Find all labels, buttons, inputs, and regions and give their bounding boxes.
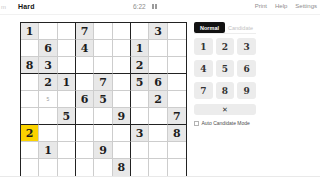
sudoku-board: 173641832217565652597238198 (20, 22, 187, 177)
auto-candidate-label: Auto Candidate Mode (202, 120, 250, 126)
sudoku-cell[interactable]: 2 (131, 57, 149, 74)
header-links: Print Help Settings (255, 3, 317, 9)
numpad: 123456789 (194, 38, 256, 99)
sudoku-cell[interactable] (149, 125, 167, 142)
sudoku-cell[interactable]: 1 (39, 142, 57, 159)
sudoku-cell[interactable]: 5 (94, 91, 112, 108)
sudoku-cell[interactable] (21, 91, 39, 108)
sudoku-cell[interactable] (58, 159, 76, 176)
numpad-key-1[interactable]: 1 (194, 38, 213, 55)
sudoku-cell[interactable] (58, 125, 76, 142)
sudoku-cell[interactable] (39, 23, 57, 40)
sudoku-cell[interactable] (131, 159, 149, 176)
candidate-mark: 5 (47, 96, 50, 102)
sudoku-cell[interactable] (131, 23, 149, 40)
help-link[interactable]: Help (275, 3, 287, 9)
sudoku-cell[interactable]: 6 (39, 40, 57, 57)
sudoku-cell[interactable]: 7 (168, 108, 186, 125)
sudoku-cell[interactable] (21, 159, 39, 176)
sudoku-cell[interactable] (149, 142, 167, 159)
difficulty-label: Hard (18, 3, 35, 10)
print-link[interactable]: Print (255, 3, 267, 9)
sudoku-cell[interactable]: 1 (131, 40, 149, 57)
cropped-left-fragment: m (1, 4, 6, 10)
numpad-key-9[interactable]: 9 (237, 82, 256, 99)
delete-button[interactable]: ✕ (194, 104, 256, 115)
numpad-key-6[interactable]: 6 (237, 60, 256, 77)
numpad-key-2[interactable]: 2 (216, 38, 235, 55)
sudoku-cell[interactable]: 9 (94, 142, 112, 159)
sudoku-cell[interactable] (168, 23, 186, 40)
sudoku-cell[interactable] (94, 125, 112, 142)
sudoku-cell[interactable] (149, 159, 167, 176)
auto-candidate-checkbox[interactable] (194, 121, 199, 126)
sudoku-cell[interactable]: 2 (39, 74, 57, 91)
sudoku-cell[interactable]: 5 (131, 74, 149, 91)
sudoku-cell[interactable] (76, 125, 94, 142)
pause-icon[interactable] (152, 4, 157, 9)
numpad-key-4[interactable]: 4 (194, 60, 213, 77)
sudoku-cell[interactable] (94, 108, 112, 125)
numpad-key-5[interactable]: 5 (216, 60, 235, 77)
timer: 6:22 (133, 3, 146, 10)
sudoku-cell[interactable] (39, 159, 57, 176)
sudoku-cell[interactable] (113, 40, 131, 57)
sudoku-cell[interactable] (76, 142, 94, 159)
sudoku-cell[interactable] (149, 108, 167, 125)
sudoku-cell[interactable] (149, 40, 167, 57)
sudoku-cell[interactable]: 3 (149, 23, 167, 40)
auto-candidate-row: Auto Candidate Mode (194, 120, 256, 126)
sudoku-cell[interactable]: 2 (149, 91, 167, 108)
sudoku-cell[interactable]: 1 (21, 23, 39, 40)
sudoku-cell[interactable]: 6 (76, 91, 94, 108)
sudoku-cell[interactable]: 4 (76, 40, 94, 57)
sudoku-cell[interactable]: 9 (113, 108, 131, 125)
sudoku-cell[interactable]: 2 (21, 125, 39, 142)
settings-link[interactable]: Settings (295, 3, 317, 9)
sudoku-cell[interactable] (58, 142, 76, 159)
sudoku-cell[interactable] (113, 125, 131, 142)
sudoku-cell[interactable]: 6 (149, 74, 167, 91)
sudoku-cell[interactable] (39, 125, 57, 142)
numpad-key-8[interactable]: 8 (216, 82, 235, 99)
mode-tabs: Normal Candidate (194, 22, 256, 34)
sudoku-cell[interactable] (58, 23, 76, 40)
sudoku-cell[interactable] (113, 23, 131, 40)
sudoku-cell[interactable] (113, 74, 131, 91)
sudoku-cell[interactable] (168, 159, 186, 176)
sudoku-cell[interactable]: 8 (21, 57, 39, 74)
sudoku-cell[interactable] (21, 142, 39, 159)
sudoku-cell[interactable] (168, 40, 186, 57)
sudoku-cell[interactable]: 3 (131, 125, 149, 142)
sudoku-cell[interactable] (94, 57, 112, 74)
sudoku-cell[interactable] (94, 40, 112, 57)
sudoku-cell[interactable] (76, 74, 94, 91)
sudoku-cell[interactable]: 1 (58, 74, 76, 91)
sudoku-cell[interactable] (131, 142, 149, 159)
sudoku-cell[interactable] (168, 74, 186, 91)
sudoku-cell[interactable] (76, 57, 94, 74)
sudoku-cell[interactable] (168, 142, 186, 159)
sudoku-cell[interactable]: 7 (94, 74, 112, 91)
sudoku-cell[interactable] (58, 57, 76, 74)
sudoku-cell[interactable] (113, 142, 131, 159)
sudoku-cell[interactable] (21, 74, 39, 91)
sudoku-cell[interactable]: 5 (58, 108, 76, 125)
page-bottom-divider (0, 176, 320, 177)
sudoku-cell[interactable] (168, 91, 186, 108)
sudoku-cell[interactable] (94, 159, 112, 176)
input-panel: Normal Candidate 123456789 ✕ Auto Candid… (194, 22, 256, 126)
sudoku-cell[interactable] (113, 91, 131, 108)
sudoku-cell[interactable] (149, 57, 167, 74)
sudoku-cell[interactable] (113, 57, 131, 74)
tab-candidate[interactable]: Candidate (225, 22, 256, 33)
sudoku-cell[interactable]: 7 (76, 23, 94, 40)
sudoku-cell[interactable] (131, 91, 149, 108)
numpad-key-7[interactable]: 7 (194, 82, 213, 99)
sudoku-cell[interactable] (168, 57, 186, 74)
top-bar: m Hard 6:22 Print Help Settings (0, 0, 320, 15)
sudoku-cell[interactable]: 3 (39, 57, 57, 74)
sudoku-cell[interactable]: 8 (168, 125, 186, 142)
sudoku-cell[interactable] (58, 40, 76, 57)
sudoku-cell[interactable]: 5 (39, 91, 57, 108)
sudoku-cell[interactable] (76, 159, 94, 176)
numpad-key-3[interactable]: 3 (237, 38, 256, 55)
sudoku-cell[interactable] (21, 108, 39, 125)
sudoku-cell[interactable]: 8 (113, 159, 131, 176)
sudoku-cell[interactable] (58, 91, 76, 108)
sudoku-cell[interactable] (131, 108, 149, 125)
sudoku-cell[interactable] (94, 23, 112, 40)
sudoku-cell[interactable] (76, 108, 94, 125)
sudoku-cell[interactable] (21, 40, 39, 57)
tab-normal[interactable]: Normal (194, 22, 225, 33)
sudoku-cell[interactable] (39, 108, 57, 125)
